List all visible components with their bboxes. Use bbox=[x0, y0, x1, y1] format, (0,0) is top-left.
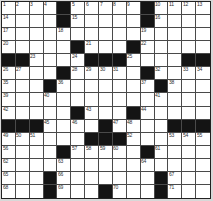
cell-r11c10[interactable]: 52 bbox=[127, 133, 141, 146]
block-r5c9 bbox=[113, 54, 127, 67]
cell-r7c3[interactable] bbox=[30, 80, 44, 93]
cell-r8c2[interactable] bbox=[16, 93, 30, 106]
cell-r3c15[interactable] bbox=[196, 28, 210, 41]
cell-r13c9[interactable] bbox=[113, 159, 127, 172]
block-r4c6 bbox=[71, 41, 85, 54]
cell-r1c15[interactable]: 13 bbox=[196, 2, 210, 15]
cell-r11c3[interactable]: 51 bbox=[30, 133, 44, 146]
clue-number: 3 bbox=[30, 2, 33, 7]
cell-r15c3[interactable] bbox=[30, 185, 44, 198]
cell-r12c15[interactable] bbox=[196, 146, 210, 159]
block-r5c14 bbox=[182, 54, 196, 67]
cell-r8c13[interactable] bbox=[168, 93, 182, 106]
cell-r4c11[interactable]: 22 bbox=[141, 41, 155, 54]
cell-r8c7[interactable] bbox=[85, 93, 99, 106]
clue-number: 56 bbox=[3, 146, 8, 151]
cell-r1c8[interactable]: 7 bbox=[99, 2, 113, 15]
block-r10c13 bbox=[168, 120, 182, 133]
clue-number: 49 bbox=[3, 133, 8, 138]
cell-r8c11[interactable] bbox=[141, 93, 155, 106]
cell-r12c4[interactable] bbox=[44, 146, 58, 159]
clue-number: 28 bbox=[72, 67, 77, 72]
block-r15c8 bbox=[99, 185, 113, 198]
cell-r4c9[interactable] bbox=[113, 41, 127, 54]
clue-number: 24 bbox=[72, 54, 77, 59]
cell-r1c7[interactable]: 6 bbox=[85, 2, 99, 15]
cell-r11c12[interactable] bbox=[155, 133, 169, 146]
cell-r15c11[interactable] bbox=[141, 185, 155, 198]
clue-number: 12 bbox=[183, 2, 188, 7]
cell-r12c9[interactable]: 60 bbox=[113, 146, 127, 159]
cell-r5c10[interactable]: 25 bbox=[127, 54, 141, 67]
block-r5c7 bbox=[85, 54, 99, 67]
cell-r6c1[interactable]: 26 bbox=[2, 67, 16, 80]
cell-r9c2[interactable] bbox=[16, 107, 30, 120]
cell-r8c8[interactable] bbox=[99, 93, 113, 106]
crossword-grid: 1234567891011121314151617181920212223242… bbox=[1, 1, 211, 199]
clue-number: 53 bbox=[169, 133, 174, 138]
block-r10c2 bbox=[16, 120, 30, 133]
cell-r5c13[interactable] bbox=[168, 54, 182, 67]
cell-r8c1[interactable]: 39 bbox=[2, 93, 16, 106]
clue-number: 66 bbox=[58, 172, 63, 177]
block-r6c5 bbox=[57, 67, 71, 80]
cell-r2c13[interactable] bbox=[168, 15, 182, 28]
cell-r13c1[interactable]: 62 bbox=[2, 159, 16, 172]
cell-r8c3[interactable] bbox=[30, 93, 44, 106]
cell-r13c4[interactable] bbox=[44, 159, 58, 172]
cell-r7c6[interactable] bbox=[71, 80, 85, 93]
cell-r6c3[interactable] bbox=[30, 67, 44, 80]
cell-r7c8[interactable] bbox=[99, 80, 113, 93]
cell-r6c7[interactable]: 29 bbox=[85, 67, 99, 80]
cell-r10c10[interactable]: 48 bbox=[127, 120, 141, 133]
clue-number: 65 bbox=[3, 172, 8, 177]
cell-r12c7[interactable]: 58 bbox=[85, 146, 99, 159]
cell-r1c1[interactable]: 1 bbox=[2, 2, 16, 15]
cell-r6c8[interactable]: 30 bbox=[99, 67, 113, 80]
cell-r13c11[interactable]: 64 bbox=[141, 159, 155, 172]
clue-number: 6 bbox=[86, 2, 89, 7]
block-r14c4 bbox=[44, 172, 58, 185]
clue-number: 25 bbox=[127, 54, 132, 59]
cell-r14c9[interactable] bbox=[113, 172, 127, 185]
cell-r9c3[interactable] bbox=[30, 107, 44, 120]
cell-r14c6[interactable] bbox=[71, 172, 85, 185]
cell-r13c3[interactable] bbox=[30, 159, 44, 172]
clue-number: 44 bbox=[141, 107, 146, 112]
cell-r14c11[interactable] bbox=[141, 172, 155, 185]
cell-r10c12[interactable] bbox=[155, 120, 169, 133]
cell-r7c2[interactable] bbox=[16, 80, 30, 93]
cell-r14c1[interactable]: 65 bbox=[2, 172, 16, 185]
clue-number: 33 bbox=[183, 67, 188, 72]
cell-r1c10[interactable]: 9 bbox=[127, 2, 141, 15]
clue-number: 64 bbox=[141, 159, 146, 164]
cell-r9c15[interactable] bbox=[196, 107, 210, 120]
cell-r6c12[interactable]: 32 bbox=[155, 67, 169, 80]
cell-r3c4[interactable] bbox=[44, 28, 58, 41]
cell-r12c12[interactable]: 61 bbox=[155, 146, 169, 159]
cell-r5c12[interactable] bbox=[155, 54, 169, 67]
cell-r12c3[interactable] bbox=[30, 146, 44, 159]
cell-r7c9[interactable] bbox=[113, 80, 127, 93]
cell-r13c7[interactable] bbox=[85, 159, 99, 172]
cell-r15c1[interactable]: 68 bbox=[2, 185, 16, 198]
clue-number: 4 bbox=[44, 2, 47, 7]
cell-r7c13[interactable]: 38 bbox=[168, 80, 182, 93]
cell-r14c15[interactable] bbox=[196, 172, 210, 185]
cell-r12c6[interactable]: 57 bbox=[71, 146, 85, 159]
cell-r3c12[interactable] bbox=[155, 28, 169, 41]
clue-number: 43 bbox=[86, 107, 91, 112]
clue-number: 62 bbox=[3, 159, 8, 164]
cell-r14c7[interactable] bbox=[85, 172, 99, 185]
cell-r4c1[interactable]: 20 bbox=[2, 41, 16, 54]
block-r10c14 bbox=[182, 120, 196, 133]
cell-r7c7[interactable] bbox=[85, 80, 99, 93]
clue-number: 23 bbox=[30, 54, 35, 59]
cell-r11c11[interactable] bbox=[141, 133, 155, 146]
cell-r10c9[interactable]: 47 bbox=[113, 120, 127, 133]
clue-number: 19 bbox=[141, 28, 146, 33]
cell-r5c11[interactable] bbox=[141, 54, 155, 67]
cell-r2c3[interactable] bbox=[30, 15, 44, 28]
cell-r2c15[interactable] bbox=[196, 15, 210, 28]
cell-r14c14[interactable] bbox=[182, 172, 196, 185]
cell-r7c15[interactable] bbox=[196, 80, 210, 93]
clue-number: 63 bbox=[58, 159, 63, 164]
block-r7c12 bbox=[155, 80, 169, 93]
cell-r8c14[interactable] bbox=[182, 93, 196, 106]
clue-number: 5 bbox=[72, 2, 75, 7]
clue-number: 69 bbox=[58, 185, 63, 190]
cell-r6c2[interactable]: 27 bbox=[16, 67, 30, 80]
cell-r10c6[interactable]: 46 bbox=[71, 120, 85, 133]
cell-r8c5[interactable] bbox=[57, 93, 71, 106]
cell-r3c13[interactable] bbox=[168, 28, 182, 41]
cell-r7c10[interactable] bbox=[127, 80, 141, 93]
cell-r1c2[interactable]: 2 bbox=[16, 2, 30, 15]
block-r5c15 bbox=[196, 54, 210, 67]
clue-number: 9 bbox=[127, 2, 130, 7]
clue-number: 48 bbox=[127, 120, 132, 125]
cell-r6c14[interactable]: 33 bbox=[182, 67, 196, 80]
clue-number: 58 bbox=[86, 146, 91, 151]
cell-r13c6[interactable] bbox=[71, 159, 85, 172]
block-r5c2 bbox=[16, 54, 30, 67]
cell-r8c10[interactable] bbox=[127, 93, 141, 106]
cell-r12c13[interactable] bbox=[168, 146, 182, 159]
cell-r4c13[interactable] bbox=[168, 41, 182, 54]
cell-r4c14[interactable] bbox=[182, 41, 196, 54]
cell-r6c13[interactable] bbox=[168, 67, 182, 80]
block-r15c12 bbox=[155, 185, 169, 198]
clue-number: 38 bbox=[169, 80, 174, 85]
cell-r2c2[interactable] bbox=[16, 15, 30, 28]
block-r12c11 bbox=[141, 146, 155, 159]
cell-r4c15[interactable] bbox=[196, 41, 210, 54]
clue-number: 59 bbox=[100, 146, 105, 151]
cell-r4c8[interactable] bbox=[99, 41, 113, 54]
clue-number: 57 bbox=[72, 146, 77, 151]
cell-r4c5[interactable] bbox=[57, 41, 71, 54]
cell-r6c4[interactable] bbox=[44, 67, 58, 80]
cell-r2c12[interactable]: 16 bbox=[155, 15, 169, 28]
cell-r3c10[interactable] bbox=[127, 28, 141, 41]
clue-number: 36 bbox=[58, 80, 63, 85]
block-r10c3 bbox=[30, 120, 44, 133]
cell-r5c5[interactable] bbox=[57, 54, 71, 67]
clue-number: 42 bbox=[3, 107, 8, 112]
cell-r11c2[interactable]: 50 bbox=[16, 133, 30, 146]
clue-number: 70 bbox=[113, 185, 118, 190]
clue-number: 16 bbox=[155, 15, 160, 20]
block-r9c6 bbox=[71, 107, 85, 120]
cell-r12c14[interactable] bbox=[182, 146, 196, 159]
cell-r3c8[interactable] bbox=[99, 28, 113, 41]
cell-r9c11[interactable]: 44 bbox=[141, 107, 155, 120]
block-r7c4 bbox=[44, 80, 58, 93]
cell-r9c13[interactable] bbox=[168, 107, 182, 120]
cell-r9c9[interactable] bbox=[113, 107, 127, 120]
block-r10c8 bbox=[99, 120, 113, 133]
cell-r1c3[interactable]: 3 bbox=[30, 2, 44, 15]
block-r11c9 bbox=[113, 133, 127, 146]
block-r14c12 bbox=[155, 172, 169, 185]
clue-number: 17 bbox=[3, 28, 8, 33]
cell-r1c6[interactable]: 5 bbox=[71, 2, 85, 15]
cell-r6c10[interactable] bbox=[127, 67, 141, 80]
cell-r11c15[interactable]: 55 bbox=[196, 133, 210, 146]
cell-r8c15[interactable] bbox=[196, 93, 210, 106]
cell-r9c1[interactable]: 42 bbox=[2, 107, 16, 120]
cell-r4c4[interactable] bbox=[44, 41, 58, 54]
cell-r9c8[interactable] bbox=[99, 107, 113, 120]
cell-r15c10[interactable] bbox=[127, 185, 141, 198]
block-r5c8 bbox=[99, 54, 113, 67]
clue-number: 10 bbox=[155, 2, 160, 7]
cell-r14c2[interactable] bbox=[16, 172, 30, 185]
cell-r1c4[interactable]: 4 bbox=[44, 2, 58, 15]
cell-r14c13[interactable]: 67 bbox=[168, 172, 182, 185]
block-r9c10 bbox=[127, 107, 141, 120]
cell-r7c1[interactable]: 35 bbox=[2, 80, 16, 93]
cell-r3c11[interactable]: 19 bbox=[141, 28, 155, 41]
cell-r4c2[interactable] bbox=[16, 41, 30, 54]
clue-number: 13 bbox=[197, 2, 202, 7]
cell-r1c13[interactable]: 11 bbox=[168, 2, 182, 15]
cell-r15c14[interactable] bbox=[182, 185, 196, 198]
cell-r6c9[interactable]: 31 bbox=[113, 67, 127, 80]
clue-number: 30 bbox=[100, 67, 105, 72]
block-r12c5 bbox=[57, 146, 71, 159]
block-r6c11 bbox=[141, 67, 155, 80]
block-r11c8 bbox=[99, 133, 113, 146]
cell-r10c11[interactable] bbox=[141, 120, 155, 133]
cell-r1c12[interactable]: 10 bbox=[155, 2, 169, 15]
cell-r10c5[interactable] bbox=[57, 120, 71, 133]
clue-number: 1 bbox=[3, 2, 6, 7]
cell-r9c12[interactable] bbox=[155, 107, 169, 120]
cell-r12c10[interactable] bbox=[127, 146, 141, 159]
cell-r15c7[interactable] bbox=[85, 185, 99, 198]
clue-number: 39 bbox=[3, 93, 8, 98]
cell-r2c4[interactable] bbox=[44, 15, 58, 28]
cell-r7c11[interactable]: 37 bbox=[141, 80, 155, 93]
cell-r5c6[interactable]: 24 bbox=[71, 54, 85, 67]
cell-r14c10[interactable] bbox=[127, 172, 141, 185]
cell-r13c12[interactable] bbox=[155, 159, 169, 172]
cell-r3c5[interactable]: 18 bbox=[57, 28, 71, 41]
block-r1c5 bbox=[57, 2, 71, 15]
cell-r2c14[interactable] bbox=[182, 15, 196, 28]
cell-r2c6[interactable]: 15 bbox=[71, 15, 85, 28]
cell-r12c2[interactable] bbox=[16, 146, 30, 159]
block-r4c10 bbox=[127, 41, 141, 54]
clue-number: 55 bbox=[197, 133, 202, 138]
cell-r8c12[interactable]: 41 bbox=[155, 93, 169, 106]
clue-number: 71 bbox=[169, 185, 174, 190]
block-r10c15 bbox=[196, 120, 210, 133]
cell-r13c10[interactable] bbox=[127, 159, 141, 172]
cell-r3c7[interactable] bbox=[85, 28, 99, 41]
clue-number: 32 bbox=[155, 67, 160, 72]
clue-number: 7 bbox=[100, 2, 103, 7]
clue-number: 14 bbox=[3, 15, 8, 20]
cell-r13c2[interactable] bbox=[16, 159, 30, 172]
clue-number: 52 bbox=[127, 133, 132, 138]
cell-r7c5[interactable]: 36 bbox=[57, 80, 71, 93]
cell-r15c2[interactable] bbox=[16, 185, 30, 198]
cell-r9c5[interactable] bbox=[57, 107, 71, 120]
clue-number: 67 bbox=[169, 172, 174, 177]
cell-r4c7[interactable]: 21 bbox=[85, 41, 99, 54]
clue-number: 40 bbox=[44, 93, 49, 98]
cell-r3c9[interactable] bbox=[113, 28, 127, 41]
cell-r10c7[interactable] bbox=[85, 120, 99, 133]
cell-r13c13[interactable] bbox=[168, 159, 182, 172]
clue-number: 61 bbox=[155, 146, 160, 151]
cell-r11c4[interactable] bbox=[44, 133, 58, 146]
block-r2c5 bbox=[57, 15, 71, 28]
cell-r3c6[interactable] bbox=[71, 28, 85, 41]
clue-number: 41 bbox=[155, 93, 160, 98]
cell-r15c13[interactable]: 71 bbox=[168, 185, 182, 198]
cell-r5c3[interactable]: 23 bbox=[30, 54, 44, 67]
cell-r8c9[interactable] bbox=[113, 93, 127, 106]
clue-number: 51 bbox=[30, 133, 35, 138]
cell-r3c2[interactable] bbox=[16, 28, 30, 41]
cell-r9c4[interactable] bbox=[44, 107, 58, 120]
cell-r11c5[interactable] bbox=[57, 133, 71, 146]
clue-number: 11 bbox=[169, 2, 174, 7]
cell-r2c8[interactable] bbox=[99, 15, 113, 28]
block-r1c11 bbox=[141, 2, 155, 15]
cell-r3c1[interactable]: 17 bbox=[2, 28, 16, 41]
clue-number: 20 bbox=[3, 41, 8, 46]
cell-r2c7[interactable] bbox=[85, 15, 99, 28]
clue-number: 60 bbox=[113, 146, 118, 151]
clue-number: 46 bbox=[72, 120, 77, 125]
cell-r13c8[interactable] bbox=[99, 159, 113, 172]
cell-r15c6[interactable] bbox=[71, 185, 85, 198]
cell-r13c15[interactable] bbox=[196, 159, 210, 172]
cell-r6c15[interactable]: 34 bbox=[196, 67, 210, 80]
clue-number: 2 bbox=[16, 2, 19, 7]
clue-number: 15 bbox=[72, 15, 77, 20]
cell-r9c7[interactable]: 43 bbox=[85, 107, 99, 120]
clue-number: 18 bbox=[58, 28, 63, 33]
page: { "game": "crossword", "grid": { "rows":… bbox=[0, 0, 213, 201]
cell-r6c6[interactable]: 28 bbox=[71, 67, 85, 80]
clue-number: 54 bbox=[183, 133, 188, 138]
block-r2c11 bbox=[141, 15, 155, 28]
cell-r2c10[interactable] bbox=[127, 15, 141, 28]
cell-r3c3[interactable] bbox=[30, 28, 44, 41]
clue-number: 68 bbox=[3, 185, 8, 190]
cell-r11c14[interactable]: 54 bbox=[182, 133, 196, 146]
cell-r1c9[interactable]: 8 bbox=[113, 2, 127, 15]
cell-r4c3[interactable] bbox=[30, 41, 44, 54]
clue-number: 31 bbox=[113, 67, 118, 72]
cell-r7c14[interactable] bbox=[182, 80, 196, 93]
cell-r3c14[interactable] bbox=[182, 28, 196, 41]
clue-number: 27 bbox=[16, 67, 21, 72]
cell-r5c4[interactable] bbox=[44, 54, 58, 67]
clue-number: 45 bbox=[44, 120, 49, 125]
block-r11c7 bbox=[85, 133, 99, 146]
cell-r15c5[interactable]: 69 bbox=[57, 185, 71, 198]
cell-r11c6[interactable] bbox=[71, 133, 85, 146]
cell-r15c15[interactable] bbox=[196, 185, 210, 198]
clue-number: 22 bbox=[141, 41, 146, 46]
cell-r12c8[interactable]: 59 bbox=[99, 146, 113, 159]
clue-number: 34 bbox=[197, 67, 202, 72]
cell-r12c1[interactable]: 56 bbox=[2, 146, 16, 159]
block-r10c1 bbox=[2, 120, 16, 133]
cell-r1c14[interactable]: 12 bbox=[182, 2, 196, 15]
cell-r14c5[interactable]: 66 bbox=[57, 172, 71, 185]
block-r5c1 bbox=[2, 54, 16, 67]
cell-r13c14[interactable] bbox=[182, 159, 196, 172]
cell-r2c9[interactable] bbox=[113, 15, 127, 28]
cell-r15c9[interactable]: 70 bbox=[113, 185, 127, 198]
clue-number: 35 bbox=[3, 80, 8, 85]
clue-number: 8 bbox=[113, 2, 116, 7]
clue-number: 26 bbox=[3, 67, 8, 72]
cell-r13c5[interactable]: 63 bbox=[57, 159, 71, 172]
cell-r4c12[interactable] bbox=[155, 41, 169, 54]
cell-r2c1[interactable]: 14 bbox=[2, 15, 16, 28]
cell-r14c3[interactable] bbox=[30, 172, 44, 185]
block-r15c4 bbox=[44, 185, 58, 198]
clue-number: 21 bbox=[86, 41, 91, 46]
cell-r9c14[interactable] bbox=[182, 107, 196, 120]
cell-r10c4[interactable]: 45 bbox=[44, 120, 58, 133]
clue-number: 37 bbox=[141, 80, 146, 85]
clue-number: 50 bbox=[16, 133, 21, 138]
cell-r11c13[interactable]: 53 bbox=[168, 133, 182, 146]
cell-r14c8[interactable] bbox=[99, 172, 113, 185]
clue-number: 47 bbox=[113, 120, 118, 125]
cell-r8c4[interactable]: 40 bbox=[44, 93, 58, 106]
cell-r11c1[interactable]: 49 bbox=[2, 133, 16, 146]
clue-number: 29 bbox=[86, 67, 91, 72]
cell-r8c6[interactable] bbox=[71, 93, 85, 106]
